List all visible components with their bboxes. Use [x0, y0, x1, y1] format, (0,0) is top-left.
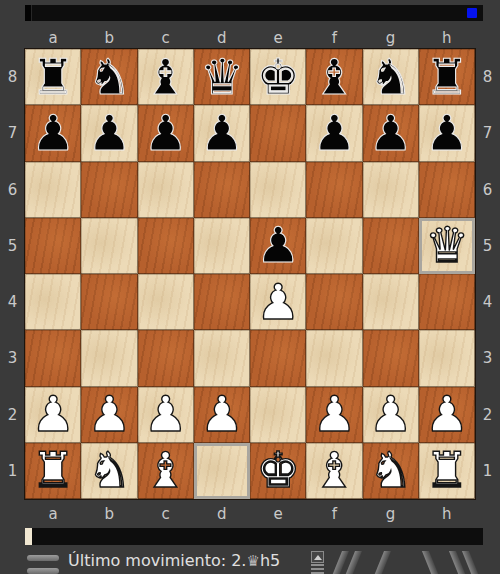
file-label-a: a: [25, 501, 81, 527]
piece-wb-f1[interactable]: ♝: [312, 446, 356, 495]
square-d6[interactable]: [194, 162, 250, 218]
piece-wp-h2[interactable]: ♟: [425, 390, 469, 439]
file-label-c: c: [138, 501, 194, 527]
rank-label-3: 3: [0, 330, 25, 386]
square-h4[interactable]: [419, 274, 475, 330]
piece-wp-e4[interactable]: ♟: [256, 278, 300, 327]
rank-label-3: 3: [475, 330, 500, 386]
square-f2[interactable]: ♟: [306, 387, 362, 443]
piece-bb-f8[interactable]: ♝: [312, 53, 356, 102]
square-e5[interactable]: ♟: [250, 218, 306, 274]
square-g8[interactable]: ♞: [363, 49, 419, 105]
rank-label-2: 2: [475, 387, 500, 443]
rank-label-5: 5: [475, 218, 500, 274]
square-h1[interactable]: ♜: [419, 443, 475, 499]
piece-br-h8[interactable]: ♜: [425, 53, 469, 102]
scroll-up-icon[interactable]: [311, 551, 324, 563]
square-c2[interactable]: ♟: [138, 387, 194, 443]
square-c1[interactable]: ♝: [138, 443, 194, 499]
square-a1[interactable]: ♜: [25, 443, 81, 499]
board[interactable]: ♜♞♝♛♚♝♞♜♟♟♟♟♟♟♟♟♛♟♟♟♟♟♟♟♟♜♞♝♚♝♞♜: [25, 49, 475, 499]
file-label-e: e: [250, 501, 306, 527]
square-b6[interactable]: [81, 162, 137, 218]
piece-bp-e5[interactable]: ♟: [256, 221, 300, 270]
file-label-a: a: [25, 27, 81, 49]
square-d4[interactable]: [194, 274, 250, 330]
square-a5[interactable]: [25, 218, 81, 274]
black-side-bar: [25, 5, 483, 21]
rank-label-2: 2: [0, 387, 25, 443]
square-g4[interactable]: [363, 274, 419, 330]
square-f5[interactable]: [306, 218, 362, 274]
white-bar-thumb[interactable]: [25, 528, 32, 545]
square-b8[interactable]: ♞: [81, 49, 137, 105]
piece-bp-a7[interactable]: ♟: [31, 109, 75, 158]
square-h3[interactable]: [419, 330, 475, 386]
piece-bb-c8[interactable]: ♝: [144, 53, 188, 102]
piece-br-a8[interactable]: ♜: [31, 53, 75, 102]
square-a2[interactable]: ♟: [25, 387, 81, 443]
piece-wp-d2[interactable]: ♟: [200, 390, 244, 439]
square-d1[interactable]: [194, 443, 250, 499]
square-a8[interactable]: ♜: [25, 49, 81, 105]
square-h5[interactable]: ♛: [419, 218, 475, 274]
forward-button[interactable]: [428, 551, 435, 574]
last-move-text: Último movimiento: 2.♛h5: [68, 551, 280, 570]
square-d8[interactable]: ♛: [194, 49, 250, 105]
rank-label-4: 4: [475, 274, 500, 330]
square-f7[interactable]: ♟: [306, 105, 362, 161]
square-e8[interactable]: ♚: [250, 49, 306, 105]
square-c3[interactable]: [138, 330, 194, 386]
piece-bp-h7[interactable]: ♟: [425, 109, 469, 158]
file-label-h: h: [419, 27, 475, 49]
square-e4[interactable]: ♟: [250, 274, 306, 330]
square-d5[interactable]: [194, 218, 250, 274]
file-label-f: f: [306, 501, 362, 527]
square-f3[interactable]: [306, 330, 362, 386]
black-bar-thumb[interactable]: [25, 5, 32, 21]
file-label-e: e: [250, 27, 306, 49]
piece-wp-b2[interactable]: ♟: [87, 390, 131, 439]
piece-wn-g1[interactable]: ♞: [369, 446, 413, 495]
chess-app-window: abcdefgh 87654321 87654321 abcdefgh ♜♞♝♛…: [0, 0, 500, 574]
file-label-d: d: [194, 501, 250, 527]
square-e3[interactable]: [250, 330, 306, 386]
piece-wp-g2[interactable]: ♟: [369, 390, 413, 439]
square-b2[interactable]: ♟: [81, 387, 137, 443]
scroll-lines-icon: [311, 564, 324, 574]
rank-label-1: 1: [0, 443, 25, 499]
rank-label-7: 7: [475, 105, 500, 161]
fast-forward-button[interactable]: [455, 551, 475, 574]
piece-wr-a1[interactable]: ♜: [31, 446, 75, 495]
rank-label-8: 8: [475, 49, 500, 105]
square-g6[interactable]: [363, 162, 419, 218]
fast-back-button[interactable]: [336, 551, 356, 574]
rank-label-6: 6: [475, 162, 500, 218]
piece-wq-h5[interactable]: ♛: [425, 221, 469, 270]
piece-wp-c2[interactable]: ♟: [144, 390, 188, 439]
piece-bn-g8[interactable]: ♞: [369, 53, 413, 102]
square-b4[interactable]: [81, 274, 137, 330]
rank-label-8: 8: [0, 49, 25, 105]
square-a6[interactable]: [25, 162, 81, 218]
file-label-h: h: [419, 501, 475, 527]
square-f6[interactable]: [306, 162, 362, 218]
square-a4[interactable]: [25, 274, 81, 330]
square-e2[interactable]: [250, 387, 306, 443]
square-b5[interactable]: [81, 218, 137, 274]
square-b7[interactable]: ♟: [81, 105, 137, 161]
file-label-b: b: [81, 501, 137, 527]
piece-bk-e8[interactable]: ♚: [256, 53, 300, 102]
rank-label-6: 6: [0, 162, 25, 218]
square-g7[interactable]: ♟: [363, 105, 419, 161]
rank-label-5: 5: [0, 218, 25, 274]
square-d7[interactable]: ♟: [194, 105, 250, 161]
file-label-f: f: [306, 27, 362, 49]
piece-wn-b1[interactable]: ♞: [87, 446, 131, 495]
status-bar: Último movimiento: 2.♛h5: [0, 547, 500, 574]
square-e7[interactable]: [250, 105, 306, 161]
square-d2[interactable]: ♟: [194, 387, 250, 443]
piece-bp-d7[interactable]: ♟: [200, 109, 244, 158]
square-h2[interactable]: ♟: [419, 387, 475, 443]
piece-bp-f7[interactable]: ♟: [312, 109, 356, 158]
square-h8[interactable]: ♜: [419, 49, 475, 105]
square-h7[interactable]: ♟: [419, 105, 475, 161]
white-side-bar: [25, 528, 483, 545]
square-c8[interactable]: ♝: [138, 49, 194, 105]
engine-indicator: [467, 8, 477, 18]
rank-label-7: 7: [0, 105, 25, 161]
file-label-g: g: [363, 27, 419, 49]
square-a3[interactable]: [25, 330, 81, 386]
square-f1[interactable]: ♝: [306, 443, 362, 499]
piece-bp-c7[interactable]: ♟: [144, 109, 188, 158]
last-move-prefix: Último movimiento: 2.: [68, 551, 246, 570]
square-c5[interactable]: [138, 218, 194, 274]
square-b3[interactable]: [81, 330, 137, 386]
piece-wp-a2[interactable]: ♟: [31, 390, 75, 439]
square-g5[interactable]: [363, 218, 419, 274]
square-e1[interactable]: ♚: [250, 443, 306, 499]
piece-wp-f2[interactable]: ♟: [312, 390, 356, 439]
file-labels-bottom: abcdefgh: [25, 501, 475, 527]
square-h6[interactable]: [419, 162, 475, 218]
file-label-c: c: [138, 27, 194, 49]
square-g1[interactable]: ♞: [363, 443, 419, 499]
queen-icon: ♛: [246, 552, 259, 570]
file-label-b: b: [81, 27, 137, 49]
square-f4[interactable]: [306, 274, 362, 330]
file-labels-top: abcdefgh: [25, 27, 475, 49]
square-d3[interactable]: [194, 330, 250, 386]
last-move-square: h5: [260, 551, 280, 570]
square-c6[interactable]: [138, 162, 194, 218]
back-button[interactable]: [378, 551, 385, 574]
rank-label-4: 4: [0, 274, 25, 330]
square-c4[interactable]: [138, 274, 194, 330]
rank-labels-right: 87654321: [475, 49, 500, 499]
piece-bn-b8[interactable]: ♞: [87, 53, 131, 102]
piece-wk-e1[interactable]: ♚: [256, 446, 300, 495]
piece-bp-b7[interactable]: ♟: [87, 109, 131, 158]
file-label-d: d: [194, 27, 250, 49]
square-g2[interactable]: ♟: [363, 387, 419, 443]
square-c7[interactable]: ♟: [138, 105, 194, 161]
scroll-widget[interactable]: [311, 551, 324, 574]
square-e6[interactable]: [250, 162, 306, 218]
piece-bq-d8[interactable]: ♛: [200, 53, 244, 102]
square-g3[interactable]: [363, 330, 419, 386]
piece-wr-h1[interactable]: ♜: [425, 446, 469, 495]
square-b1[interactable]: ♞: [81, 443, 137, 499]
piece-bp-g7[interactable]: ♟: [369, 109, 413, 158]
menu-icon[interactable]: [27, 555, 59, 574]
rank-labels-left: 87654321: [0, 49, 25, 499]
piece-wb-c1[interactable]: ♝: [144, 446, 188, 495]
square-a7[interactable]: ♟: [25, 105, 81, 161]
square-f8[interactable]: ♝: [306, 49, 362, 105]
rank-label-1: 1: [475, 443, 500, 499]
file-label-g: g: [363, 501, 419, 527]
